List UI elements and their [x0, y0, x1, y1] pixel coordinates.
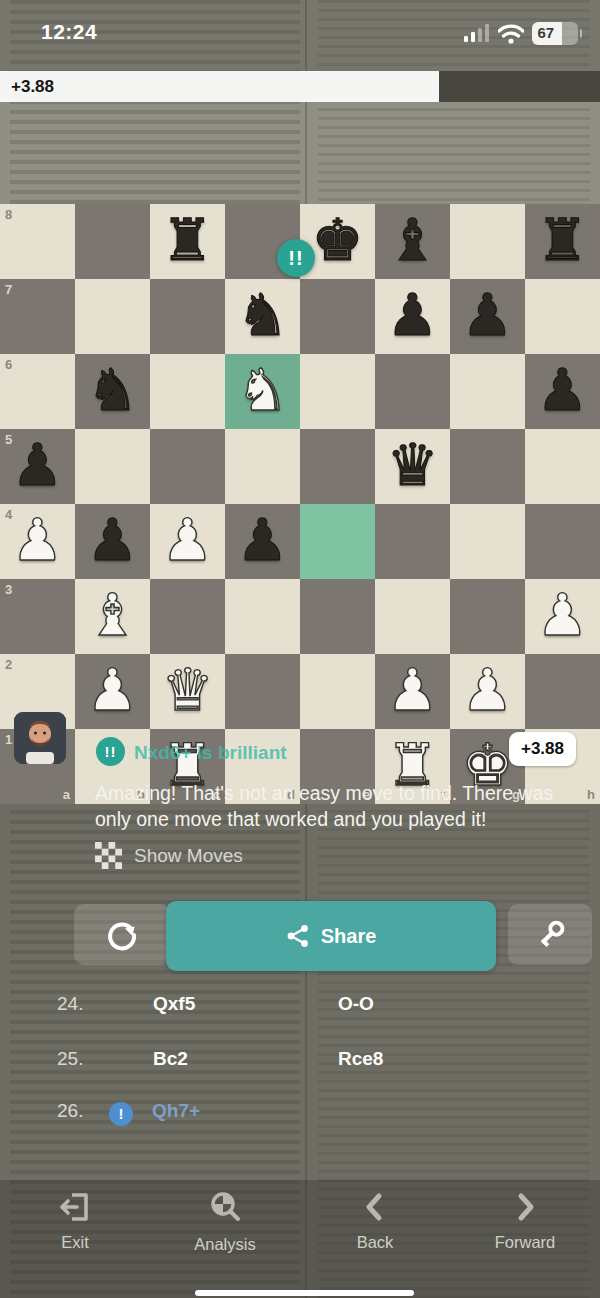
- square-c3[interactable]: [150, 579, 225, 654]
- forward-label: Forward: [495, 1233, 556, 1252]
- avatar-image: [14, 712, 66, 764]
- square-c6[interactable]: [150, 354, 225, 429]
- square-g2[interactable]: ♟: [450, 654, 525, 729]
- rank-label-8: 8: [5, 207, 12, 222]
- move-row-25[interactable]: 25. Bc2 Rce8: [0, 1048, 600, 1078]
- key-icon: [533, 918, 567, 952]
- brilliant-badge-icon: !!: [277, 239, 315, 277]
- square-f7[interactable]: ♟: [375, 279, 450, 354]
- square-b7[interactable]: [75, 279, 150, 354]
- share-button[interactable]: Share: [166, 901, 496, 971]
- square-b2[interactable]: ♟: [75, 654, 150, 729]
- white-pawn: ♟: [525, 579, 600, 652]
- white-pawn: ♟: [375, 654, 450, 727]
- share-label: Share: [321, 925, 377, 948]
- square-a8[interactable]: 8: [0, 204, 75, 279]
- status-bar: 12:24 67: [0, 14, 600, 58]
- square-d6[interactable]: ♞: [225, 354, 300, 429]
- white-bishop: ♝: [75, 579, 150, 652]
- black-pawn: ♟: [75, 504, 150, 577]
- white-move-highlighted[interactable]: Qh7+: [152, 1100, 200, 1122]
- square-a5[interactable]: 5♟: [0, 429, 75, 504]
- black-pawn: ♟: [375, 279, 450, 352]
- white-knight: ♞: [225, 354, 300, 427]
- square-e5[interactable]: [300, 429, 375, 504]
- square-b8[interactable]: [75, 204, 150, 279]
- key-button[interactable]: [508, 904, 592, 965]
- black-pawn: ♟: [450, 279, 525, 352]
- square-f3[interactable]: [375, 579, 450, 654]
- app-screen: 12:24 67 +3.88 8♜♚♝♜7♞♟♟6♞♞♟: [0, 0, 600, 1298]
- move-number: 25.: [57, 1048, 83, 1070]
- square-a4[interactable]: 4♟: [0, 504, 75, 579]
- black-move[interactable]: Rce8: [338, 1048, 383, 1070]
- checkerboard-icon: [95, 842, 122, 869]
- board-container: 8♜♚♝♜7♞♟♟6♞♞♟5♟♛4♟♟♟♟3♝♟2♟♛♟♟1abc♜def♜g♚…: [0, 102, 600, 702]
- forward-button[interactable]: Forward: [450, 1190, 600, 1252]
- back-button[interactable]: Back: [300, 1190, 450, 1252]
- avatar[interactable]: [14, 712, 66, 764]
- analysis-icon: [207, 1190, 243, 1226]
- retry-icon: [104, 917, 140, 953]
- square-h7[interactable]: [525, 279, 600, 354]
- brilliant-badge-small-icon: !!: [96, 737, 125, 766]
- square-d4[interactable]: ♟: [225, 504, 300, 579]
- square-g8[interactable]: [450, 204, 525, 279]
- exit-button[interactable]: Exit: [0, 1190, 150, 1252]
- evaluation-score: +3.88: [11, 77, 54, 97]
- square-b5[interactable]: [75, 429, 150, 504]
- square-e2[interactable]: [300, 654, 375, 729]
- rank-label-3: 3: [5, 582, 12, 597]
- exit-icon: [58, 1190, 92, 1224]
- square-h4[interactable]: [525, 504, 600, 579]
- square-e4[interactable]: [300, 504, 375, 579]
- chevron-right-icon: [508, 1190, 542, 1224]
- rank-label-4: 4: [5, 507, 12, 522]
- square-g3[interactable]: [450, 579, 525, 654]
- black-pawn: ♟: [225, 504, 300, 577]
- square-d3[interactable]: [225, 579, 300, 654]
- home-indicator[interactable]: [195, 1290, 414, 1296]
- square-f6[interactable]: [375, 354, 450, 429]
- square-a7[interactable]: 7: [0, 279, 75, 354]
- square-e7[interactable]: [300, 279, 375, 354]
- square-c2[interactable]: ♛: [150, 654, 225, 729]
- rank-label-5: 5: [5, 432, 12, 447]
- square-f2[interactable]: ♟: [375, 654, 450, 729]
- move-number: 24.: [57, 993, 83, 1015]
- square-d2[interactable]: [225, 654, 300, 729]
- square-g5[interactable]: [450, 429, 525, 504]
- white-pawn: ♟: [75, 654, 150, 727]
- black-move[interactable]: O-O: [338, 993, 374, 1015]
- square-h8[interactable]: ♜: [525, 204, 600, 279]
- square-d5[interactable]: [225, 429, 300, 504]
- show-moves-button[interactable]: Show Moves: [95, 842, 243, 869]
- excellent-badge-icon: !: [109, 1102, 133, 1126]
- square-a3[interactable]: 3: [0, 579, 75, 654]
- black-knight: ♞: [75, 354, 150, 427]
- battery-icon: 67: [532, 22, 578, 45]
- square-c5[interactable]: [150, 429, 225, 504]
- square-h5[interactable]: [525, 429, 600, 504]
- square-g4[interactable]: [450, 504, 525, 579]
- black-rook: ♜: [525, 204, 600, 277]
- share-icon: [286, 924, 310, 948]
- analysis-label: Analysis: [194, 1235, 255, 1254]
- feedback-message: Amazing! That's not an easy move to find…: [95, 780, 577, 832]
- square-c4[interactable]: ♟: [150, 504, 225, 579]
- move-row-24[interactable]: 24. Qxf5 O-O: [0, 993, 600, 1023]
- square-c7[interactable]: [150, 279, 225, 354]
- rank-label-1: 1: [5, 732, 12, 747]
- file-label-h: h: [587, 787, 595, 802]
- rank-label-2: 2: [5, 657, 12, 672]
- black-rook: ♜: [150, 204, 225, 277]
- battery-nub: [580, 29, 583, 38]
- black-knight: ♞: [225, 279, 300, 352]
- square-b4[interactable]: ♟: [75, 504, 150, 579]
- white-pawn: ♟: [450, 654, 525, 727]
- square-h2[interactable]: [525, 654, 600, 729]
- white-queen: ♛: [150, 654, 225, 727]
- show-moves-label: Show Moves: [134, 845, 243, 867]
- black-queen: ♛: [375, 429, 450, 502]
- square-e6[interactable]: [300, 354, 375, 429]
- white-pawn: ♟: [150, 504, 225, 577]
- square-d7[interactable]: ♞: [225, 279, 300, 354]
- move-number: 26.: [57, 1100, 83, 1122]
- evaluation-bar: +3.88: [0, 71, 600, 102]
- square-g7[interactable]: ♟: [450, 279, 525, 354]
- square-h6[interactable]: ♟: [525, 354, 600, 429]
- signal-icon: [464, 24, 490, 44]
- black-bishop: ♝: [375, 204, 450, 277]
- square-b3[interactable]: ♝: [75, 579, 150, 654]
- file-label-a: a: [63, 787, 70, 802]
- feedback-headline: Nxd6+ is brilliant: [134, 742, 287, 764]
- move-row-26[interactable]: 26. ! Qh7+: [0, 1100, 600, 1130]
- chess-board[interactable]: 8♜♚♝♜7♞♟♟6♞♞♟5♟♛4♟♟♟♟3♝♟2♟♛♟♟1abc♜def♜g♚…: [0, 204, 600, 804]
- square-f5[interactable]: ♛: [375, 429, 450, 504]
- battery-percent: 67: [538, 24, 555, 41]
- square-c8[interactable]: ♜: [150, 204, 225, 279]
- rank-label-7: 7: [5, 282, 12, 297]
- square-f4[interactable]: [375, 504, 450, 579]
- white-move[interactable]: Qxf5: [153, 993, 195, 1015]
- white-move[interactable]: Bc2: [153, 1048, 188, 1070]
- wifi-icon: [498, 24, 524, 44]
- rank-label-6: 6: [5, 357, 12, 372]
- retry-button[interactable]: [74, 904, 170, 965]
- square-b6[interactable]: ♞: [75, 354, 150, 429]
- square-f8[interactable]: ♝: [375, 204, 450, 279]
- evaluation-bar-black-segment: [439, 71, 600, 102]
- square-g6[interactable]: [450, 354, 525, 429]
- analysis-button[interactable]: Analysis: [150, 1190, 300, 1254]
- square-h3[interactable]: ♟: [525, 579, 600, 654]
- eval-pill: +3.88: [509, 732, 576, 766]
- action-row: Share: [0, 901, 600, 973]
- bottom-nav: Exit Analysis Back Forward: [0, 1180, 600, 1298]
- square-a6[interactable]: 6: [0, 354, 75, 429]
- clock: 12:24: [41, 20, 97, 44]
- back-label: Back: [357, 1233, 394, 1252]
- black-pawn: ♟: [525, 354, 600, 427]
- square-e3[interactable]: [300, 579, 375, 654]
- exit-label: Exit: [61, 1233, 89, 1252]
- chevron-left-icon: [358, 1190, 392, 1224]
